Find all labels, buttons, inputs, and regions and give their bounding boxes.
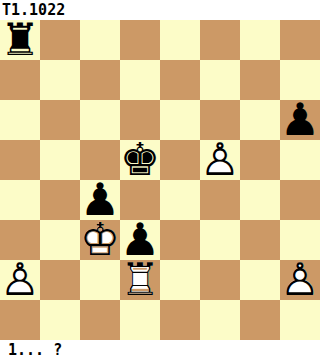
square-g3[interactable] bbox=[240, 220, 280, 260]
square-a5[interactable] bbox=[0, 140, 40, 180]
square-e3[interactable] bbox=[160, 220, 200, 260]
puzzle-title: T1.1022 bbox=[2, 1, 65, 19]
square-b8[interactable] bbox=[40, 20, 80, 60]
chess-board: ♜♟♚♟♙♟♚♔♟♟♙♜♖♟♙ bbox=[0, 20, 320, 340]
square-c3[interactable]: ♚♔ bbox=[80, 220, 120, 260]
square-h3[interactable] bbox=[280, 220, 320, 260]
square-c5[interactable] bbox=[80, 140, 120, 180]
square-d1[interactable] bbox=[120, 300, 160, 340]
square-f5[interactable]: ♟♙ bbox=[200, 140, 240, 180]
move-prompt-text: 1... ? bbox=[8, 341, 62, 359]
square-c4[interactable]: ♟ bbox=[80, 180, 120, 220]
square-d8[interactable] bbox=[120, 20, 160, 60]
square-h2[interactable]: ♟♙ bbox=[280, 260, 320, 300]
square-b5[interactable] bbox=[40, 140, 80, 180]
square-e4[interactable] bbox=[160, 180, 200, 220]
black-pawn-icon: ♟ bbox=[120, 219, 160, 259]
square-d6[interactable] bbox=[120, 100, 160, 140]
square-d7[interactable] bbox=[120, 60, 160, 100]
white-pawn-icon: ♟ bbox=[280, 259, 320, 299]
black-pawn-icon: ♟ bbox=[80, 179, 120, 219]
black-pawn-icon: ♟ bbox=[280, 99, 320, 139]
square-b1[interactable] bbox=[40, 300, 80, 340]
square-h7[interactable] bbox=[280, 60, 320, 100]
white-pawn-icon: ♙ bbox=[200, 139, 240, 179]
square-h8[interactable] bbox=[280, 20, 320, 60]
square-a2[interactable]: ♟♙ bbox=[0, 260, 40, 300]
square-a6[interactable] bbox=[0, 100, 40, 140]
square-a4[interactable] bbox=[0, 180, 40, 220]
white-pawn-icon: ♟ bbox=[200, 139, 240, 179]
square-d2[interactable]: ♜♖ bbox=[120, 260, 160, 300]
square-e1[interactable] bbox=[160, 300, 200, 340]
square-h5[interactable] bbox=[280, 140, 320, 180]
square-h6[interactable]: ♟ bbox=[280, 100, 320, 140]
square-g7[interactable] bbox=[240, 60, 280, 100]
square-e6[interactable] bbox=[160, 100, 200, 140]
white-pawn-icon: ♙ bbox=[0, 259, 40, 299]
square-c2[interactable] bbox=[80, 260, 120, 300]
square-c6[interactable] bbox=[80, 100, 120, 140]
square-c7[interactable] bbox=[80, 60, 120, 100]
square-c8[interactable] bbox=[80, 20, 120, 60]
square-g8[interactable] bbox=[240, 20, 280, 60]
square-g2[interactable] bbox=[240, 260, 280, 300]
white-rook-icon: ♖ bbox=[120, 259, 160, 299]
white-rook-icon: ♜ bbox=[120, 259, 160, 299]
square-e7[interactable] bbox=[160, 60, 200, 100]
square-g6[interactable] bbox=[240, 100, 280, 140]
square-f1[interactable] bbox=[200, 300, 240, 340]
black-rook-icon: ♜ bbox=[0, 19, 40, 59]
square-b3[interactable] bbox=[40, 220, 80, 260]
white-pawn-icon: ♙ bbox=[280, 259, 320, 299]
square-d3[interactable]: ♟ bbox=[120, 220, 160, 260]
square-b6[interactable] bbox=[40, 100, 80, 140]
square-a3[interactable] bbox=[0, 220, 40, 260]
square-d4[interactable] bbox=[120, 180, 160, 220]
square-h4[interactable] bbox=[280, 180, 320, 220]
white-king-icon: ♚ bbox=[80, 219, 120, 259]
move-prompt: 1... ? bbox=[0, 340, 320, 360]
black-king-icon: ♚ bbox=[120, 139, 160, 179]
white-king-icon: ♔ bbox=[80, 219, 120, 259]
square-e2[interactable] bbox=[160, 260, 200, 300]
square-f2[interactable] bbox=[200, 260, 240, 300]
square-f4[interactable] bbox=[200, 180, 240, 220]
white-pawn-icon: ♟ bbox=[0, 259, 40, 299]
puzzle-header: T1.1022 bbox=[0, 0, 320, 20]
square-g1[interactable] bbox=[240, 300, 280, 340]
square-f7[interactable] bbox=[200, 60, 240, 100]
square-c1[interactable] bbox=[80, 300, 120, 340]
square-h1[interactable] bbox=[280, 300, 320, 340]
square-a7[interactable] bbox=[0, 60, 40, 100]
square-f8[interactable] bbox=[200, 20, 240, 60]
square-b7[interactable] bbox=[40, 60, 80, 100]
square-d5[interactable]: ♚ bbox=[120, 140, 160, 180]
square-a8[interactable]: ♜ bbox=[0, 20, 40, 60]
square-g4[interactable] bbox=[240, 180, 280, 220]
square-g5[interactable] bbox=[240, 140, 280, 180]
square-f6[interactable] bbox=[200, 100, 240, 140]
square-e5[interactable] bbox=[160, 140, 200, 180]
square-f3[interactable] bbox=[200, 220, 240, 260]
square-a1[interactable] bbox=[0, 300, 40, 340]
square-b2[interactable] bbox=[40, 260, 80, 300]
square-e8[interactable] bbox=[160, 20, 200, 60]
square-b4[interactable] bbox=[40, 180, 80, 220]
